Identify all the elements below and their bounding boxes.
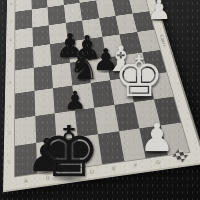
- photo-stage: ABCDEFGH 87654321 Chess ♟♟♟♞♟♝♟♚♟♚♟: [0, 0, 200, 200]
- square-a4[interactable]: [15, 68, 34, 94]
- white-pawn-g1[interactable]: ♟: [140, 118, 175, 157]
- white-pawn-g7[interactable]: ♟: [147, 0, 171, 23]
- white-king-f3[interactable]: ♚: [114, 49, 164, 105]
- square-a6[interactable]: [15, 27, 32, 49]
- rank-label-3: 3: [5, 94, 14, 120]
- black-knight-c4[interactable]: ♞: [69, 50, 99, 84]
- rank-label-7: 7: [7, 12, 14, 31]
- file-label-f: F: [124, 159, 148, 172]
- square-a5[interactable]: [15, 47, 33, 71]
- rank-label-1: 1: [4, 146, 14, 178]
- file-label-e: E: [102, 162, 125, 175]
- rank-label-4: 4: [6, 71, 14, 95]
- rank-label-6: 6: [7, 30, 15, 51]
- black-pawn-c3[interactable]: ♟: [64, 88, 86, 113]
- square-b4[interactable]: [33, 65, 53, 90]
- square-b5[interactable]: [33, 44, 52, 67]
- square-a3[interactable]: [15, 91, 35, 119]
- square-b6[interactable]: [32, 25, 50, 47]
- black-king-b1[interactable]: ♚: [38, 117, 101, 187]
- rank-labels: 87654321: [4, 0, 14, 178]
- rank-label-2: 2: [5, 119, 14, 148]
- rank-label-5: 5: [6, 49, 14, 71]
